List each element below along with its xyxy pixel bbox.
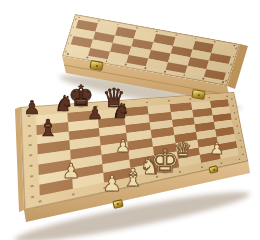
chess-set-photo: ♚♛♞♟♞♟♝♟♟♛♚♞♟♝♟ [0,0,260,240]
piece-ground-shadow [214,154,221,156]
piece-ground-shadow [158,171,171,174]
piece-ground-shadow [145,173,155,175]
piece-ground-shadow [67,177,75,179]
piece-ground-shadow [91,119,98,121]
piece-ground-shadow [43,135,53,137]
piece-ground-shadow [117,117,125,119]
piece-ground-shadow [75,105,87,108]
piece-ground-shadow [109,106,120,109]
piece-ground-shadow [179,156,187,158]
piece-ground-shadow [28,114,36,116]
piece-ground-shadow [119,152,126,154]
pieces-layer: ♚♛♞♟♞♟♝♟♟♛♚♞♟♝♟ [0,0,260,240]
piece-ground-shadow [108,191,117,193]
piece-ground-shadow [128,186,138,188]
piece-ground-shadow [60,111,69,113]
